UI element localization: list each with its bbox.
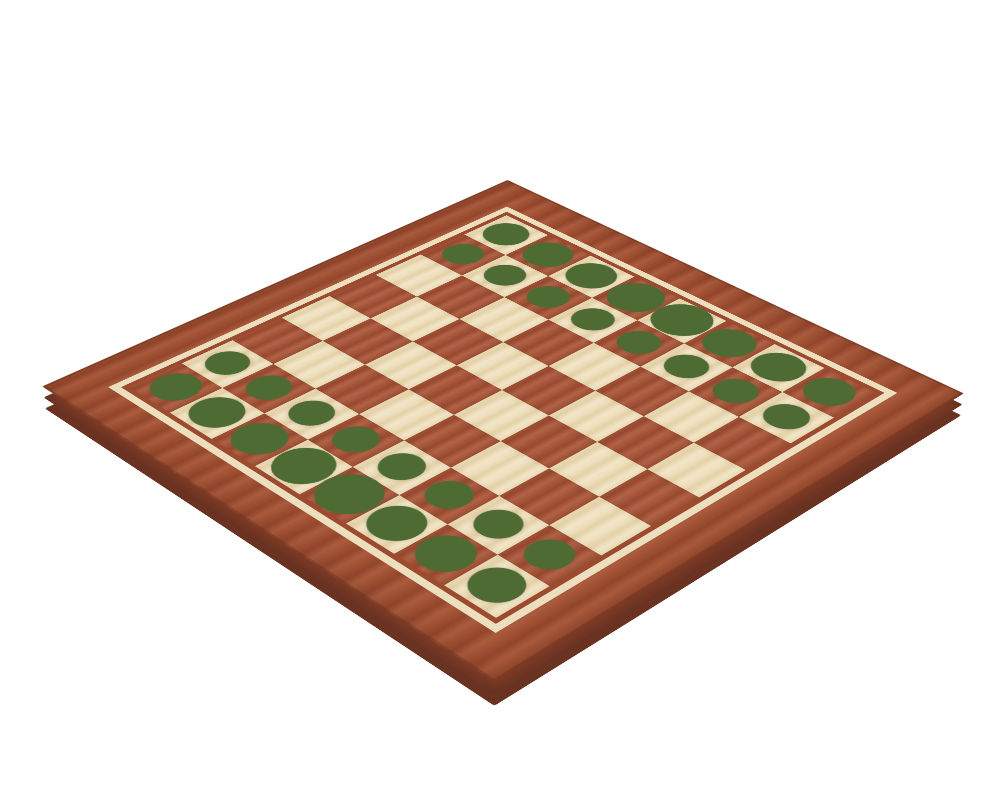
square-g5 xyxy=(597,416,694,469)
white-rook-glyph: ♜ xyxy=(437,458,558,593)
square-h5 xyxy=(647,443,745,498)
square-h4 xyxy=(599,469,699,526)
board-3d: ♜♞♝♛♚♝♞♜♟♟♟♟♟♟♟♟♟♟♟♟♟♟♟♟♜♞♝♛♚♝♞♜ xyxy=(42,180,964,682)
black-pawn-glyph: ♟ xyxy=(738,316,834,423)
product-photo-scene: ♜♞♝♛♚♝♞♜♟♟♟♟♟♟♟♟♟♟♟♟♟♟♟♟♜♞♝♛♚♝♞♜ xyxy=(0,0,1000,800)
